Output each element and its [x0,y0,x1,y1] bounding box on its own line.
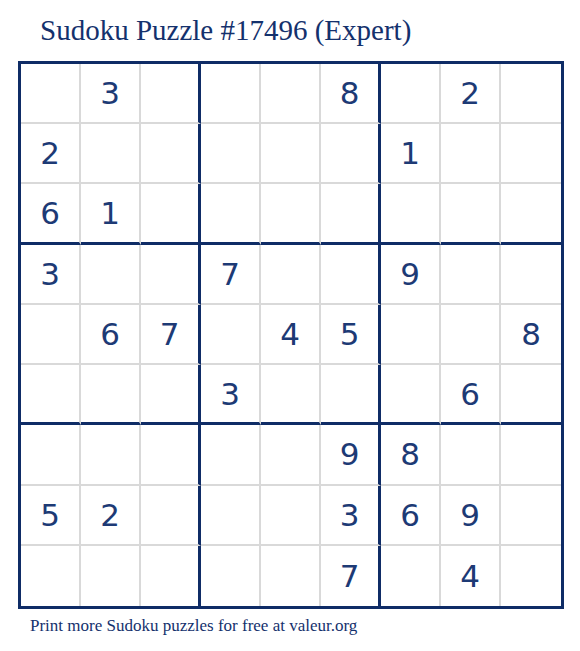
cell-r6c4: 3 [201,365,261,425]
cell-r7c2 [81,425,141,485]
cell-r3c8 [441,184,501,244]
cell-r8c5 [261,486,321,546]
cell-r8c4 [201,486,261,546]
cell-r1c6: 8 [321,64,381,124]
cell-r3c4 [201,184,261,244]
cell-r9c5 [261,546,321,606]
page: Sudoku Puzzle #17496 (Expert) 3822161379… [0,0,580,651]
cell-r7c9 [501,425,561,485]
cell-r1c8: 2 [441,64,501,124]
cell-r9c9 [501,546,561,606]
cell-r3c7 [381,184,441,244]
cell-r1c4 [201,64,261,124]
cell-r9c4 [201,546,261,606]
cell-r5c5: 4 [261,305,321,365]
cell-r2c8 [441,124,501,184]
cell-r8c1: 5 [21,486,81,546]
cell-r4c8 [441,245,501,305]
cell-r5c4 [201,305,261,365]
cell-r8c2: 2 [81,486,141,546]
cell-r6c3 [141,365,201,425]
cell-r8c6: 3 [321,486,381,546]
cell-r2c1: 2 [21,124,81,184]
page-title: Sudoku Puzzle #17496 (Expert) [40,14,411,47]
cell-r1c3 [141,64,201,124]
cell-r9c1 [21,546,81,606]
sudoku-board: 38221613796745836985236974 [18,61,564,609]
cell-r9c8: 4 [441,546,501,606]
cell-r6c7 [381,365,441,425]
cell-r5c2: 6 [81,305,141,365]
cell-r2c7: 1 [381,124,441,184]
cell-r6c9 [501,365,561,425]
cell-r6c1 [21,365,81,425]
cell-r8c3 [141,486,201,546]
cell-r8c7: 6 [381,486,441,546]
cell-r3c1: 6 [21,184,81,244]
cell-r5c6: 5 [321,305,381,365]
cell-r4c9 [501,245,561,305]
cell-r6c5 [261,365,321,425]
cell-r7c7: 8 [381,425,441,485]
cell-r6c2 [81,365,141,425]
cell-r4c5 [261,245,321,305]
cell-r6c8: 6 [441,365,501,425]
cell-r7c3 [141,425,201,485]
cell-r1c9 [501,64,561,124]
cell-r4c2 [81,245,141,305]
cell-r3c5 [261,184,321,244]
cell-r5c7 [381,305,441,365]
cell-r1c5 [261,64,321,124]
cell-r2c3 [141,124,201,184]
cell-r5c1 [21,305,81,365]
cell-r9c7 [381,546,441,606]
cell-r4c4: 7 [201,245,261,305]
cell-r2c5 [261,124,321,184]
cell-r4c3 [141,245,201,305]
cell-r6c6 [321,365,381,425]
cell-r5c3: 7 [141,305,201,365]
cell-r2c2 [81,124,141,184]
footer-text: Print more Sudoku puzzles for free at va… [30,616,357,636]
cell-r7c4 [201,425,261,485]
cell-r5c8 [441,305,501,365]
cell-r7c6: 9 [321,425,381,485]
cell-r7c8 [441,425,501,485]
cell-r4c6 [321,245,381,305]
cell-r7c1 [21,425,81,485]
cell-r3c3 [141,184,201,244]
cell-r8c8: 9 [441,486,501,546]
cell-r7c5 [261,425,321,485]
cell-r5c9: 8 [501,305,561,365]
cell-r9c6: 7 [321,546,381,606]
cell-r4c1: 3 [21,245,81,305]
cell-r3c6 [321,184,381,244]
cell-r9c3 [141,546,201,606]
cell-r3c9 [501,184,561,244]
cell-r1c7 [381,64,441,124]
cell-r1c1 [21,64,81,124]
cell-r2c6 [321,124,381,184]
cell-r2c4 [201,124,261,184]
cell-r4c7: 9 [381,245,441,305]
cell-r1c2: 3 [81,64,141,124]
cell-r8c9 [501,486,561,546]
cell-r9c2 [81,546,141,606]
cell-r3c2: 1 [81,184,141,244]
cell-r2c9 [501,124,561,184]
